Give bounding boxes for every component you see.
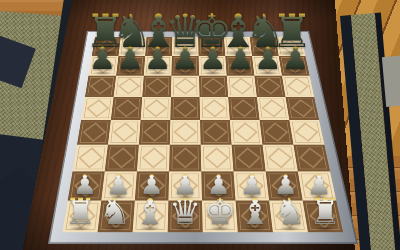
white-knight[interactable]: ♞ xyxy=(99,194,131,230)
black-pawn[interactable]: ♟ xyxy=(144,43,172,74)
white-rook[interactable]: ♜ xyxy=(309,194,341,230)
white-king[interactable]: ♚ xyxy=(204,194,236,230)
white-queen[interactable]: ♛ xyxy=(169,194,201,230)
pieces-layer: ♜♞♝♛♚♝♞♜♟♟♟♟♟♟♟♟♟♟♟♟♟♟♟♟♜♞♝♛♚♝♞♜ xyxy=(0,0,400,250)
white-bishop[interactable]: ♝ xyxy=(134,194,166,230)
black-pawn[interactable]: ♟ xyxy=(282,43,310,74)
black-pawn[interactable]: ♟ xyxy=(89,43,117,74)
white-bishop[interactable]: ♝ xyxy=(239,194,271,230)
black-pawn[interactable]: ♟ xyxy=(199,43,227,74)
black-pawn[interactable]: ♟ xyxy=(254,43,282,74)
chess-3d-scene: ♜♞♝♛♚♝♞♜♟♟♟♟♟♟♟♟♟♟♟♟♟♟♟♟♜♞♝♛♚♝♞♜ xyxy=(0,0,400,250)
black-pawn[interactable]: ♟ xyxy=(226,43,254,74)
black-pawn[interactable]: ♟ xyxy=(116,43,144,74)
white-rook[interactable]: ♜ xyxy=(64,194,96,230)
white-knight[interactable]: ♞ xyxy=(274,194,306,230)
black-pawn[interactable]: ♟ xyxy=(171,43,199,74)
